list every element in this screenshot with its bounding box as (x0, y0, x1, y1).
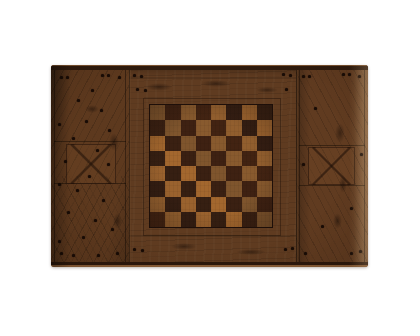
square-b1 (165, 212, 180, 227)
square-b5 (165, 151, 180, 166)
square-b4 (165, 166, 180, 181)
square-e6 (211, 136, 226, 151)
square-a4 (150, 166, 165, 181)
square-g7 (242, 120, 257, 135)
square-d3 (196, 181, 211, 196)
seam-left-leaf (129, 65, 131, 267)
square-c4 (181, 166, 196, 181)
square-h1 (257, 212, 272, 227)
square-g5 (242, 151, 257, 166)
square-f4 (226, 166, 241, 181)
square-a1 (150, 212, 165, 227)
square-g6 (242, 136, 257, 151)
square-g1 (242, 212, 257, 227)
square-g2 (242, 197, 257, 212)
square-c7 (181, 120, 196, 135)
square-f1 (226, 212, 241, 227)
square-f3 (226, 181, 241, 196)
square-d8 (196, 105, 211, 120)
square-a7 (150, 120, 165, 135)
square-e4 (211, 166, 226, 181)
square-g8 (242, 105, 257, 120)
square-g3 (242, 181, 257, 196)
right-leaf-frame (299, 69, 365, 263)
square-e1 (211, 212, 226, 227)
square-e2 (211, 197, 226, 212)
left-drop-leaf (51, 65, 129, 267)
square-d5 (196, 151, 211, 166)
square-f5 (226, 151, 241, 166)
square-f6 (226, 136, 241, 151)
square-h2 (257, 197, 272, 212)
right-leaf-medallion (308, 147, 355, 185)
product-photo (0, 0, 420, 336)
center-panel (129, 65, 296, 267)
square-h5 (257, 151, 272, 166)
square-e8 (211, 105, 226, 120)
square-b6 (165, 136, 180, 151)
square-g4 (242, 166, 257, 181)
square-h4 (257, 166, 272, 181)
square-d6 (196, 136, 211, 151)
square-b8 (165, 105, 180, 120)
square-c2 (181, 197, 196, 212)
square-b7 (165, 120, 180, 135)
square-f2 (226, 197, 241, 212)
left-leaf-medallion (66, 144, 116, 184)
square-d7 (196, 120, 211, 135)
square-d2 (196, 197, 211, 212)
square-b3 (165, 181, 180, 196)
square-c1 (181, 212, 196, 227)
right-leaf-seam-lower (299, 185, 365, 186)
square-e7 (211, 120, 226, 135)
square-d1 (196, 212, 211, 227)
square-d4 (196, 166, 211, 181)
square-a6 (150, 136, 165, 151)
table-top-edge (51, 65, 368, 70)
left-leaf-seam-upper (54, 141, 126, 142)
square-b2 (165, 197, 180, 212)
square-c3 (181, 181, 196, 196)
seam-right-leaf (296, 65, 298, 267)
square-h7 (257, 120, 272, 135)
square-a8 (150, 105, 165, 120)
right-leaf-seam-upper (299, 145, 365, 146)
square-c6 (181, 136, 196, 151)
right-drop-leaf (296, 65, 368, 267)
square-f8 (226, 105, 241, 120)
left-leaf-seam-lower (54, 183, 126, 184)
left-leaf-frame (54, 69, 126, 263)
chessboard (149, 104, 273, 228)
square-h6 (257, 136, 272, 151)
square-c5 (181, 151, 196, 166)
square-e3 (211, 181, 226, 196)
square-a5 (150, 151, 165, 166)
square-f7 (226, 120, 241, 135)
game-table (51, 65, 368, 267)
square-h8 (257, 105, 272, 120)
square-e5 (211, 151, 226, 166)
square-h3 (257, 181, 272, 196)
square-a3 (150, 181, 165, 196)
square-c8 (181, 105, 196, 120)
square-a2 (150, 197, 165, 212)
left-leaf-lower-grain (51, 176, 129, 267)
table-bottom-edge (51, 262, 368, 267)
